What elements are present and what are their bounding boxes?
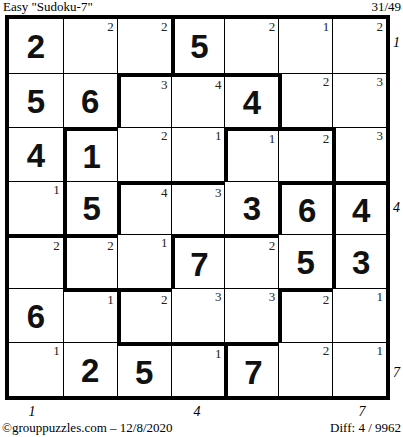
corner-mark: 2	[53, 238, 60, 253]
cell-r7c6[interactable]: 2	[278, 342, 332, 396]
corner-mark: 1	[161, 235, 168, 250]
cell-r5c2[interactable]: 2	[63, 234, 117, 288]
corner-mark: 2	[323, 343, 330, 358]
given-digit: 3	[243, 190, 261, 225]
given-digit: 6	[27, 298, 45, 333]
col-label-4: 4	[191, 405, 203, 419]
corner-mark: 2	[107, 238, 114, 253]
corner-mark: 1	[377, 343, 384, 358]
given-digit: 2	[27, 28, 45, 63]
cell-r7c4[interactable]: 1	[171, 342, 225, 396]
corner-mark: 3	[215, 289, 222, 304]
cell-r1c7[interactable]: 2	[332, 19, 386, 73]
cell-r4c2[interactable]: 5	[63, 181, 117, 235]
cell-r4c5[interactable]: 3	[224, 181, 278, 235]
corner-mark: 3	[377, 74, 384, 89]
corner-mark: 4	[161, 185, 168, 200]
corner-mark: 2	[323, 74, 330, 89]
given-digit: 6	[298, 192, 316, 227]
cell-r3c1[interactable]: 4	[9, 127, 63, 181]
cell-r7c3[interactable]: 5	[117, 342, 171, 396]
corner-mark: 2	[377, 19, 384, 34]
cell-r2c2[interactable]: 6	[63, 73, 117, 127]
corner-mark: 4	[215, 77, 222, 92]
cell-r4c7[interactable]: 4	[332, 181, 386, 235]
cell-r6c7[interactable]: 1	[332, 288, 386, 342]
cell-r4c3[interactable]: 4	[117, 181, 171, 235]
cell-r6c4[interactable]: 3	[171, 288, 225, 342]
given-digit: 5	[27, 83, 45, 118]
cell-r5c7[interactable]: 3	[332, 234, 386, 288]
given-digit: 7	[244, 354, 262, 389]
cell-r1c3[interactable]: 2	[117, 19, 171, 73]
cell-r4c6[interactable]: 6	[278, 181, 332, 235]
cell-r7c5[interactable]: 7	[224, 342, 278, 396]
corner-mark: 1	[377, 289, 384, 304]
puzzle-page: Easy "Sudoku-7" 31/49 222521256344234121…	[0, 0, 403, 437]
cell-r1c6[interactable]: 1	[278, 19, 332, 73]
given-digit: 4	[243, 84, 261, 119]
cell-r6c1[interactable]: 6	[9, 288, 63, 342]
cell-r4c4[interactable]: 3	[171, 181, 225, 235]
corner-mark: 2	[323, 292, 330, 307]
cell-r2c7[interactable]: 3	[332, 73, 386, 127]
corner-mark: 1	[215, 346, 222, 361]
corner-mark: 1	[215, 128, 222, 143]
cell-r3c6[interactable]: 2	[278, 127, 332, 181]
footer: ©grouppuzzles.com – 12/8/2020 Diff: 4 / …	[2, 420, 401, 435]
cell-r7c1[interactable]: 1	[9, 342, 63, 396]
cell-r1c4[interactable]: 5	[171, 19, 225, 73]
corner-mark: 3	[215, 185, 222, 200]
corner-mark: 1	[107, 292, 114, 307]
cell-r3c7[interactable]: 3	[332, 127, 386, 181]
cell-r6c3[interactable]: 2	[117, 288, 171, 342]
cell-r5c6[interactable]: 5	[278, 234, 332, 288]
given-digit: 3	[352, 244, 370, 279]
row-label-4: 4	[393, 201, 403, 215]
sudoku-grid: 2225212563442341211231543364221725361233…	[5, 15, 390, 400]
row-label-1: 1	[393, 36, 403, 50]
corner-mark: 1	[53, 182, 60, 197]
given-digit: 5	[297, 244, 315, 279]
corner-mark: 3	[377, 128, 384, 143]
cell-r3c5[interactable]: 1	[224, 127, 278, 181]
cell-r5c4[interactable]: 7	[171, 234, 225, 288]
col-label-1: 1	[26, 405, 38, 419]
cell-r6c2[interactable]: 1	[63, 288, 117, 342]
difficulty-text: Diff: 4 / 9962	[330, 420, 401, 435]
header: Easy "Sudoku-7" 31/49	[3, 0, 401, 14]
corner-mark: 2	[161, 19, 168, 34]
col-label-7: 7	[356, 405, 368, 419]
given-digit: 5	[135, 354, 153, 389]
cell-r5c3[interactable]: 1	[117, 234, 171, 288]
cell-r3c4[interactable]: 1	[171, 127, 225, 181]
copyright-text: ©grouppuzzles.com – 12/8/2020	[2, 420, 173, 435]
cell-r3c2[interactable]: 1	[63, 127, 117, 181]
page-title: Easy "Sudoku-7"	[3, 0, 93, 14]
cell-r2c1[interactable]: 5	[9, 73, 63, 127]
corner-mark: 2	[269, 19, 276, 34]
cell-r2c6[interactable]: 2	[278, 73, 332, 127]
corner-mark: 1	[53, 343, 60, 358]
corner-mark: 1	[269, 131, 276, 146]
corner-mark: 3	[269, 289, 276, 304]
corner-mark: 3	[161, 77, 168, 92]
cell-r6c6[interactable]: 2	[278, 288, 332, 342]
corner-mark: 2	[323, 131, 330, 146]
cell-r5c1[interactable]: 2	[9, 234, 63, 288]
cell-r2c4[interactable]: 4	[171, 73, 225, 127]
given-digit: 6	[81, 83, 99, 118]
corner-mark: 2	[269, 238, 276, 253]
cell-r5c5[interactable]: 2	[224, 234, 278, 288]
given-digit: 5	[83, 190, 101, 225]
given-digit: 4	[27, 137, 45, 172]
cell-r2c5[interactable]: 4	[224, 73, 278, 127]
row-label-7: 7	[393, 366, 403, 380]
cell-r2c3[interactable]: 3	[117, 73, 171, 127]
given-digit: 5	[190, 28, 208, 63]
cell-r7c2[interactable]: 2	[63, 342, 117, 396]
corner-mark: 2	[107, 19, 114, 34]
corner-mark: 2	[161, 292, 168, 307]
corner-mark: 1	[323, 19, 330, 34]
progress-counter: 31/49	[371, 0, 401, 14]
cell-r7c7[interactable]: 1	[332, 342, 386, 396]
corner-mark: 2	[161, 128, 168, 143]
cell-r1c2[interactable]: 2	[63, 19, 117, 73]
cell-r1c1[interactable]: 2	[9, 19, 63, 73]
given-digit: 4	[352, 192, 370, 227]
cell-r6c5[interactable]: 3	[224, 288, 278, 342]
cell-r1c5[interactable]: 2	[224, 19, 278, 73]
cell-r4c1[interactable]: 1	[9, 181, 63, 235]
given-digit: 1	[83, 138, 101, 173]
cell-r3c3[interactable]: 2	[117, 127, 171, 181]
given-digit: 7	[190, 246, 208, 281]
given-digit: 2	[81, 352, 99, 387]
